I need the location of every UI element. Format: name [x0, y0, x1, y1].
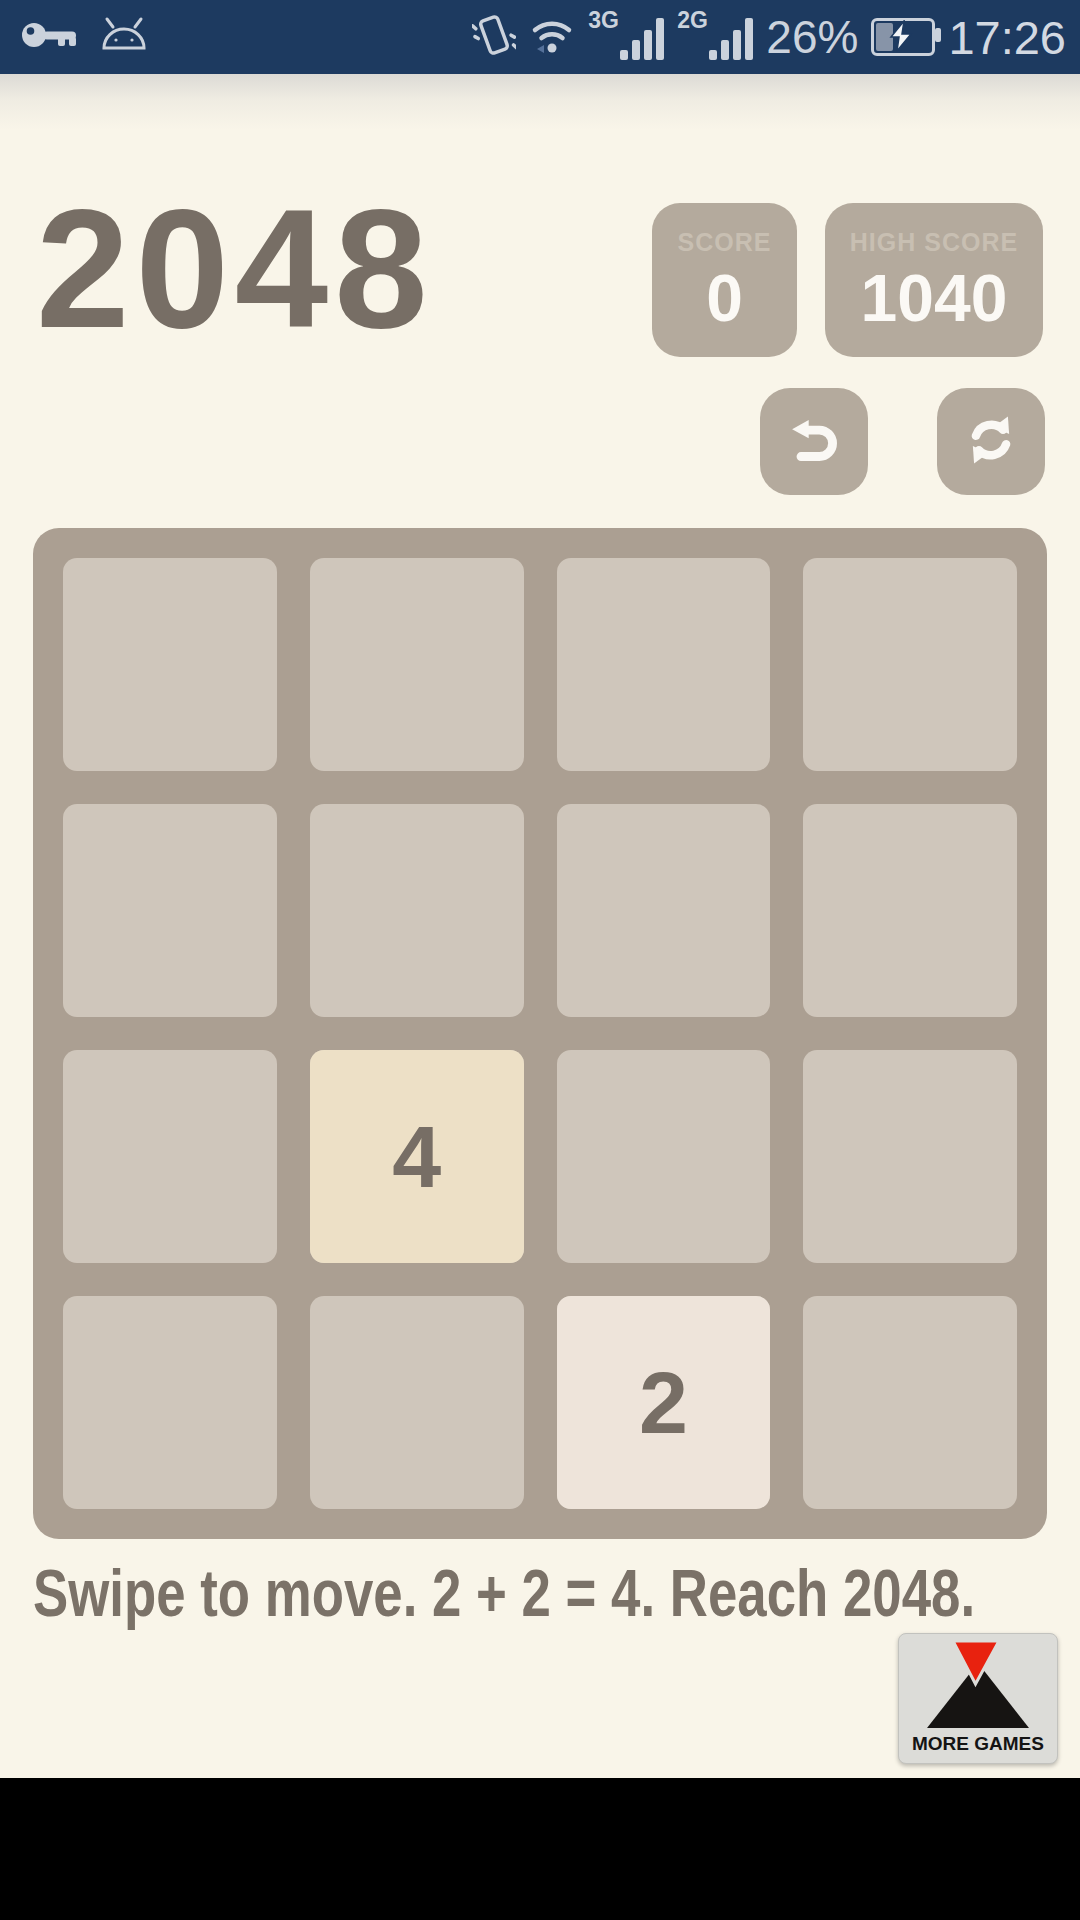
status-bar: 3G 2G 26% 17:26 [0, 0, 1080, 74]
score-value: 0 [706, 265, 743, 331]
signal-bars-2g: 2G [677, 8, 753, 66]
wifi-icon [529, 15, 575, 59]
mountain-logo-icon [922, 1638, 1034, 1732]
refresh-button[interactable] [937, 388, 1045, 495]
page-title: 2048 [36, 185, 434, 353]
wifi-traffic-arrow [537, 45, 544, 53]
board-cell [310, 1296, 524, 1509]
network-type-label: 2G [677, 9, 708, 32]
vibrate-icon [472, 9, 516, 65]
key-icon [20, 16, 82, 58]
board-cell: 4 [310, 1050, 524, 1263]
high-score-box: HIGH SCORE 1040 [825, 203, 1043, 357]
board-cell [63, 1296, 277, 1509]
high-score-label: HIGH SCORE [850, 230, 1018, 255]
board[interactable]: 42 [33, 528, 1047, 1539]
refresh-icon [962, 411, 1020, 472]
navigation-bar [0, 1778, 1080, 1920]
board-cell: 2 [557, 1296, 771, 1509]
board-cell [803, 1296, 1017, 1509]
tile-4: 4 [310, 1050, 524, 1263]
board-cell [803, 804, 1017, 1017]
signal-bars-3g: 3G [588, 8, 664, 66]
board-cell [803, 1050, 1017, 1263]
score-box: SCORE 0 [652, 203, 797, 357]
board-cell [557, 558, 771, 771]
android-icon [98, 15, 150, 59]
high-score-value: 1040 [861, 265, 1008, 331]
undo-icon [785, 414, 843, 469]
more-games-button[interactable]: MORE GAMES [898, 1633, 1058, 1764]
tile-2: 2 [557, 1296, 771, 1509]
board-cell [803, 558, 1017, 771]
board-cell [310, 804, 524, 1017]
signal-strength-bars [620, 18, 664, 60]
status-bar-left [20, 15, 150, 59]
battery-nub [935, 28, 941, 42]
undo-button[interactable] [760, 388, 868, 495]
battery-percent: 26% [766, 14, 858, 60]
score-label: SCORE [678, 230, 772, 255]
status-bar-right: 3G 2G 26% 17:26 [472, 8, 1066, 66]
board-cell [63, 1050, 277, 1263]
board-cell [63, 804, 277, 1017]
network-type-label: 3G [588, 9, 619, 32]
more-games-label: MORE GAMES [912, 1734, 1044, 1753]
header-fade-strip [0, 74, 1080, 130]
board-cell [557, 804, 771, 1017]
screen: 3G 2G 26% 17:26 2048 SCORE 0 HIGH SCORE [0, 0, 1080, 1920]
battery-charging-icon [871, 18, 935, 56]
signal-strength-bars [709, 18, 753, 60]
clock: 17:26 [948, 14, 1066, 61]
board-cell [63, 558, 277, 771]
instruction-text: Swipe to move. 2 + 2 = 4. Reach 2048. [33, 1560, 975, 1626]
board-cell [310, 558, 524, 771]
board-cell [557, 1050, 771, 1263]
